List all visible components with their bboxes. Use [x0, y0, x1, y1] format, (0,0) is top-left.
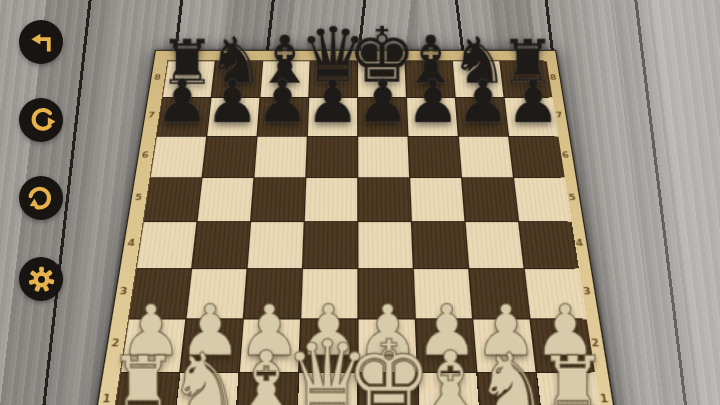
square-h6[interactable]: [509, 137, 565, 177]
square-a5[interactable]: [144, 178, 201, 221]
rank-label-left-5: 5: [131, 194, 146, 202]
square-e4[interactable]: [358, 222, 412, 268]
rotate-counterclockwise-icon: [28, 185, 55, 212]
square-c5[interactable]: [251, 178, 305, 221]
square-a6[interactable]: [151, 137, 206, 177]
rank-label-left-4: 4: [124, 239, 139, 248]
square-h1[interactable]: ♜: [537, 373, 604, 405]
board-grid: ♜♞♝♛♚♝♞♜♟♟♟♟♟♟♟♟♟♟♟♟♟♟♟♟♜♞♝♛♚♝♞♜: [111, 60, 600, 405]
gear-icon: [28, 266, 55, 293]
square-d4[interactable]: [303, 222, 357, 268]
square-e5[interactable]: [358, 178, 411, 221]
square-h5[interactable]: [514, 178, 572, 221]
square-g4[interactable]: [466, 222, 524, 268]
square-g6[interactable]: [459, 137, 513, 177]
square-f6[interactable]: [409, 137, 461, 177]
square-d6[interactable]: [306, 137, 357, 177]
square-g5[interactable]: [462, 178, 518, 221]
square-e6[interactable]: [358, 137, 409, 177]
square-h4[interactable]: [519, 222, 579, 268]
rotate-clockwise-icon: [28, 107, 55, 134]
square-b6[interactable]: [203, 137, 257, 177]
app-root: ♜♞♝♛♚♝♞♜♟♟♟♟♟♟♟♟♟♟♟♟♟♟♟♟♜♞♝♛♚♝♞♜ 8877665…: [0, 0, 720, 405]
board-frame: ♜♞♝♛♚♝♞♜♟♟♟♟♟♟♟♟♟♟♟♟♟♟♟♟♜♞♝♛♚♝♞♜ 8877665…: [90, 50, 620, 405]
settings-button[interactable]: [19, 257, 63, 301]
square-c4[interactable]: [248, 222, 304, 268]
chess-board: ♜♞♝♛♚♝♞♜♟♟♟♟♟♟♟♟♟♟♟♟♟♟♟♟♜♞♝♛♚♝♞♜ 8877665…: [90, 50, 620, 405]
rank-label-left-6: 6: [138, 151, 152, 159]
piece-white-rook[interactable]: ♜: [527, 345, 618, 405]
square-h7[interactable]: ♟: [505, 98, 559, 136]
undo-button[interactable]: [19, 176, 63, 220]
return-arrow-icon: [28, 29, 55, 56]
back-button[interactable]: [19, 20, 63, 64]
redo-button[interactable]: [19, 98, 63, 142]
square-b5[interactable]: [198, 178, 254, 221]
square-c6[interactable]: [254, 137, 306, 177]
square-f5[interactable]: [410, 178, 464, 221]
square-a4[interactable]: [137, 222, 196, 268]
square-d5[interactable]: [305, 178, 357, 221]
square-f4[interactable]: [412, 222, 468, 268]
piece-black-pawn[interactable]: ♟: [496, 72, 571, 132]
square-b4[interactable]: [192, 222, 250, 268]
